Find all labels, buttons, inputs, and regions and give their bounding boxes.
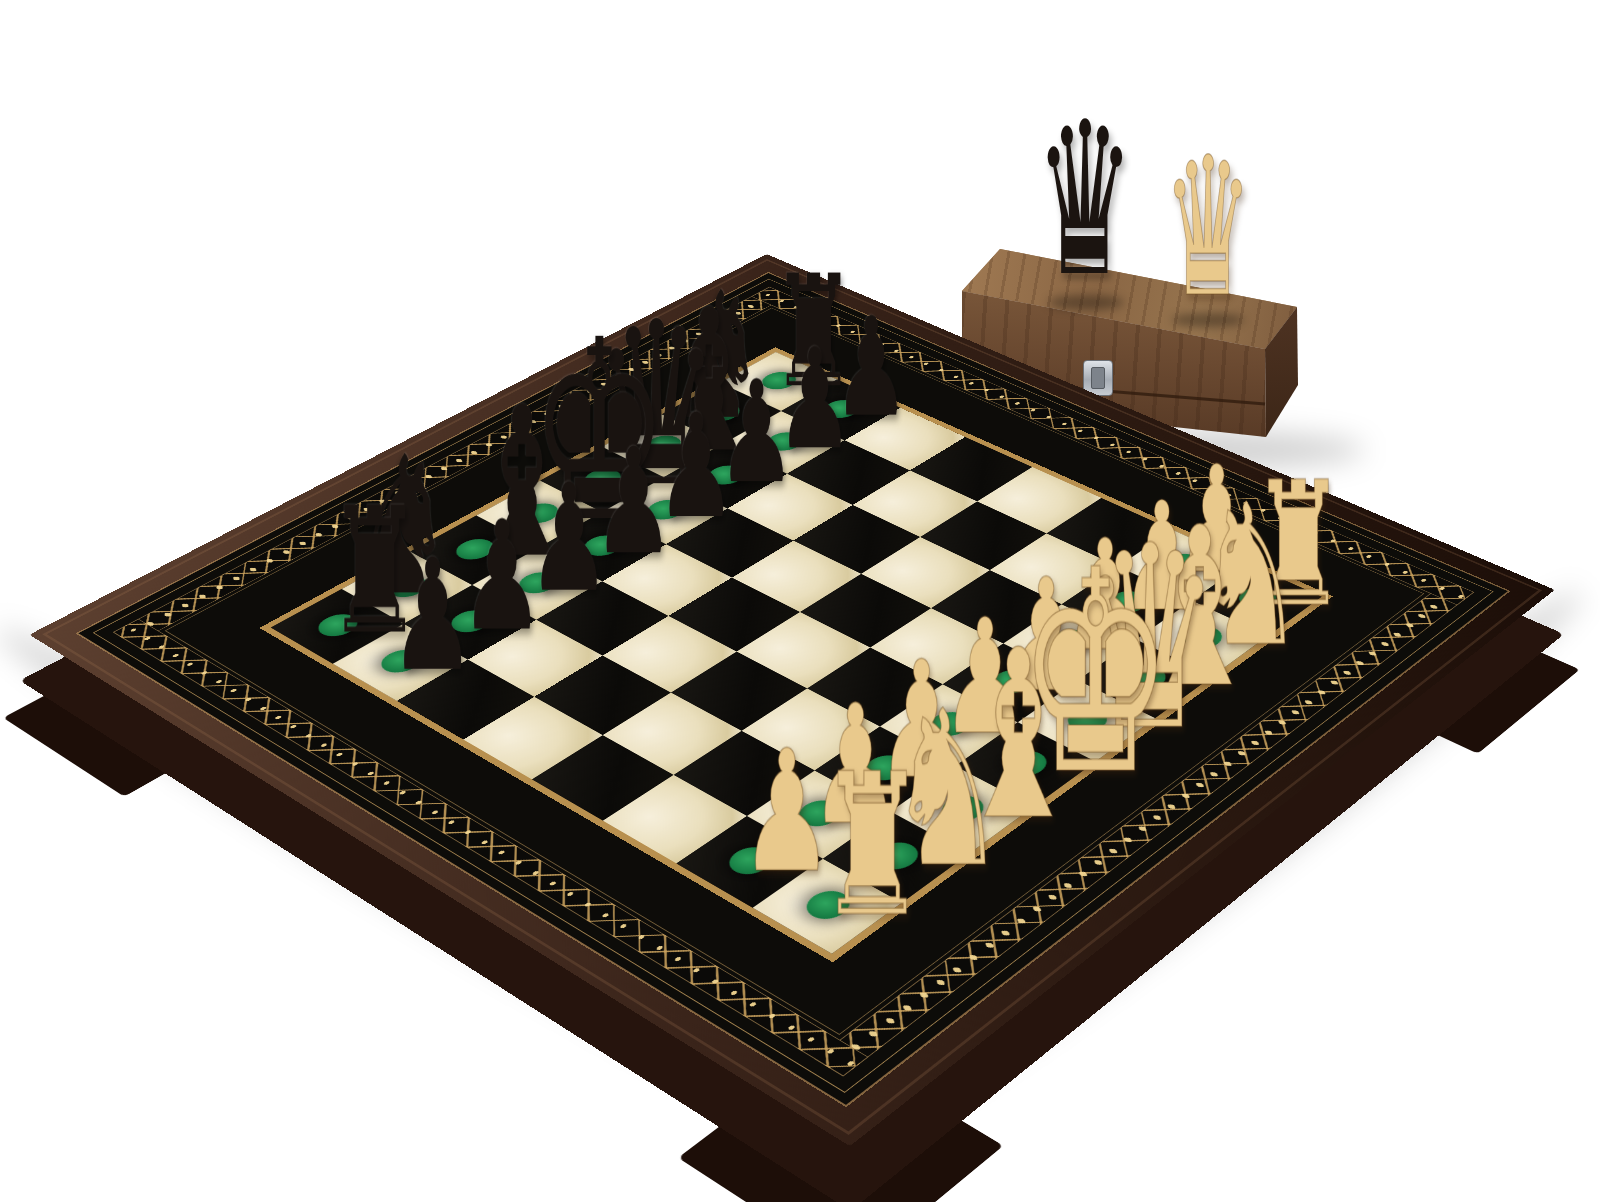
board-grid: ♜♞♝♚♛♝♞♜♟♟♟♟♟♟♟♟♟♟♟♟♟♟♟♟♜♞♝♚♛♝♞♜ [259, 347, 1332, 962]
product-photo: ♛ ♛ ♜♞♝♚♛♝♞♜♟♟♟♟♟♟♟♟♟♟♟♟♟♟♟♟♜♞♝♚♛♝♞♜ [0, 0, 1600, 1202]
board-frame: ♜♞♝♚♛♝♞♜♟♟♟♟♟♟♟♟♟♟♟♟♟♟♟♟♜♞♝♚♛♝♞♜ [29, 254, 1554, 1146]
board-scene: ♜♞♝♚♛♝♞♜♟♟♟♟♟♟♟♟♟♟♟♟♟♟♟♟♜♞♝♚♛♝♞♜ [0, 0, 1600, 1202]
piece-black-pawn-a7: ♟ [390, 538, 449, 692]
chess-board-3d: ♜♞♝♚♛♝♞♜♟♟♟♟♟♟♟♟♟♟♟♟♟♟♟♟♜♞♝♚♛♝♞♜ [29, 254, 1554, 1146]
piece-white-pawn-a2: ♟ [740, 728, 805, 896]
square-a4 [532, 735, 674, 821]
board-border: ♜♞♝♚♛♝♞♜♟♟♟♟♟♟♟♟♟♟♟♟♟♟♟♟♜♞♝♚♛♝♞♜ [78, 273, 1507, 1105]
piece-black-rook-a8: ♜ [327, 485, 385, 659]
piece-white-rook-a1: ♜ [818, 748, 884, 944]
